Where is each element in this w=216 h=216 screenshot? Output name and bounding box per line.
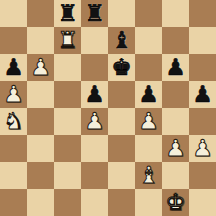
square-b2[interactable] <box>27 162 54 189</box>
white-pawn[interactable]: ♟ <box>192 135 213 162</box>
square-c2[interactable] <box>54 162 81 189</box>
black-pawn[interactable]: ♟ <box>165 54 186 81</box>
chess-board: ♜♜♜♝♟♟♚♟♟♟♟♟♞♟♟♟♟♝♚ <box>0 0 216 216</box>
white-knight[interactable]: ♞ <box>3 108 24 135</box>
square-f6[interactable] <box>135 54 162 81</box>
square-g7[interactable] <box>162 27 189 54</box>
square-e5[interactable] <box>108 81 135 108</box>
black-king[interactable]: ♚ <box>111 54 132 81</box>
square-g5[interactable] <box>162 81 189 108</box>
square-b7[interactable] <box>27 27 54 54</box>
black-bishop[interactable]: ♝ <box>111 27 132 54</box>
square-b1[interactable] <box>27 189 54 216</box>
square-c1[interactable] <box>54 189 81 216</box>
square-e1[interactable] <box>108 189 135 216</box>
square-c8[interactable]: ♜ <box>54 0 81 27</box>
white-pawn[interactable]: ♟ <box>165 135 186 162</box>
square-g4[interactable] <box>162 108 189 135</box>
white-pawn[interactable]: ♟ <box>138 108 159 135</box>
square-f5[interactable]: ♟ <box>135 81 162 108</box>
square-e3[interactable] <box>108 135 135 162</box>
square-c6[interactable] <box>54 54 81 81</box>
square-d5[interactable]: ♟ <box>81 81 108 108</box>
square-a2[interactable] <box>0 162 27 189</box>
square-h8[interactable] <box>189 0 216 27</box>
square-d8[interactable]: ♜ <box>81 0 108 27</box>
black-pawn[interactable]: ♟ <box>138 81 159 108</box>
square-c4[interactable] <box>54 108 81 135</box>
square-g3[interactable]: ♟ <box>162 135 189 162</box>
square-h7[interactable] <box>189 27 216 54</box>
white-pawn[interactable]: ♟ <box>3 81 24 108</box>
square-b5[interactable] <box>27 81 54 108</box>
square-d6[interactable] <box>81 54 108 81</box>
square-a7[interactable] <box>0 27 27 54</box>
square-f8[interactable] <box>135 0 162 27</box>
square-e4[interactable] <box>108 108 135 135</box>
square-a4[interactable]: ♞ <box>0 108 27 135</box>
square-a1[interactable] <box>0 189 27 216</box>
square-f3[interactable] <box>135 135 162 162</box>
square-f7[interactable] <box>135 27 162 54</box>
black-pawn[interactable]: ♟ <box>192 81 213 108</box>
square-c5[interactable] <box>54 81 81 108</box>
square-f4[interactable]: ♟ <box>135 108 162 135</box>
black-rook[interactable]: ♜ <box>84 0 105 27</box>
square-d1[interactable] <box>81 189 108 216</box>
square-h1[interactable] <box>189 189 216 216</box>
square-g1[interactable]: ♚ <box>162 189 189 216</box>
white-pawn[interactable]: ♟ <box>30 54 51 81</box>
white-rook[interactable]: ♜ <box>57 27 78 54</box>
square-h5[interactable]: ♟ <box>189 81 216 108</box>
square-e8[interactable] <box>108 0 135 27</box>
square-e6[interactable]: ♚ <box>108 54 135 81</box>
square-a5[interactable]: ♟ <box>0 81 27 108</box>
white-bishop[interactable]: ♝ <box>138 162 159 189</box>
square-h4[interactable] <box>189 108 216 135</box>
square-c3[interactable] <box>54 135 81 162</box>
square-b8[interactable] <box>27 0 54 27</box>
square-b6[interactable]: ♟ <box>27 54 54 81</box>
square-h3[interactable]: ♟ <box>189 135 216 162</box>
square-a8[interactable] <box>0 0 27 27</box>
square-a3[interactable] <box>0 135 27 162</box>
square-b3[interactable] <box>27 135 54 162</box>
square-e7[interactable]: ♝ <box>108 27 135 54</box>
black-pawn[interactable]: ♟ <box>84 81 105 108</box>
square-b4[interactable] <box>27 108 54 135</box>
square-g6[interactable]: ♟ <box>162 54 189 81</box>
black-pawn[interactable]: ♟ <box>3 54 24 81</box>
square-g8[interactable] <box>162 0 189 27</box>
square-c7[interactable]: ♜ <box>54 27 81 54</box>
square-d2[interactable] <box>81 162 108 189</box>
square-a6[interactable]: ♟ <box>0 54 27 81</box>
square-h2[interactable] <box>189 162 216 189</box>
white-king[interactable]: ♚ <box>165 189 186 216</box>
white-pawn[interactable]: ♟ <box>84 108 105 135</box>
square-d3[interactable] <box>81 135 108 162</box>
square-d4[interactable]: ♟ <box>81 108 108 135</box>
square-e2[interactable] <box>108 162 135 189</box>
square-d7[interactable] <box>81 27 108 54</box>
square-f1[interactable] <box>135 189 162 216</box>
square-h6[interactable] <box>189 54 216 81</box>
square-f2[interactable]: ♝ <box>135 162 162 189</box>
black-rook[interactable]: ♜ <box>57 0 78 27</box>
square-g2[interactable] <box>162 162 189 189</box>
